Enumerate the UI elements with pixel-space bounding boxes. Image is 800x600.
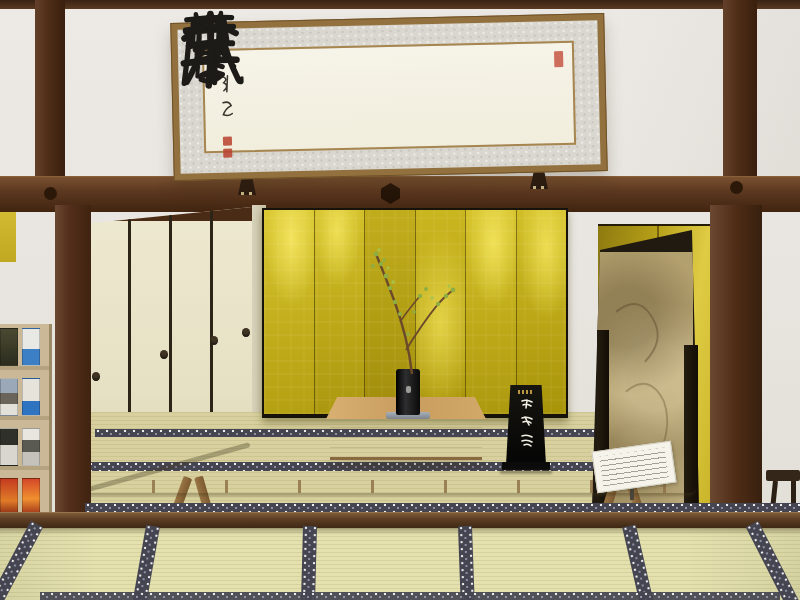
info-card-text-lines <box>599 448 669 487</box>
door-pull <box>92 372 100 381</box>
brochure <box>0 328 18 366</box>
brochure <box>22 428 40 466</box>
plaque-panel <box>202 41 576 153</box>
tatami-border-bottom <box>40 592 780 600</box>
brochure <box>22 478 40 516</box>
sign-gold-text <box>518 390 534 394</box>
ceiling-beam <box>0 0 800 9</box>
calligraphy-plaque <box>170 13 607 181</box>
red-seal-top-right <box>554 51 563 67</box>
rack-shelf <box>0 424 49 470</box>
nail-cover-left <box>44 187 57 200</box>
school-sign <box>506 385 546 465</box>
table-shadow <box>322 461 490 470</box>
vase-highlight <box>406 386 411 393</box>
right-pillar-upper <box>723 0 757 179</box>
sign-shadow <box>500 469 552 474</box>
door-pull <box>210 336 218 345</box>
red-seal <box>223 149 232 158</box>
altar-table-front <box>330 418 482 460</box>
brochure <box>22 378 40 416</box>
tatami-border <box>301 526 317 600</box>
sign-white-calligraphy <box>519 398 535 450</box>
step-shadow <box>0 528 800 535</box>
ikebana-branch <box>350 238 470 378</box>
brochure <box>0 428 18 466</box>
brochure <box>0 378 18 416</box>
foreground-tatami <box>0 528 800 600</box>
tatami-border <box>458 526 475 600</box>
info-card-stand <box>630 488 634 500</box>
horizontal-beam <box>0 176 800 212</box>
small-bench <box>766 470 800 481</box>
rack-shelf <box>0 324 49 370</box>
nail-cover-right <box>730 181 743 194</box>
rack-shelf <box>0 374 49 420</box>
red-seal <box>223 137 232 146</box>
door-pull <box>160 350 168 359</box>
wooden-step-edge <box>0 512 800 528</box>
brochure <box>0 478 18 516</box>
door-pull <box>242 328 250 337</box>
wall-shading <box>600 0 800 200</box>
left-pillar-lower <box>55 205 91 527</box>
left-pillar-upper <box>35 0 65 179</box>
temple-room-photo <box>0 0 800 600</box>
right-pillar-lower <box>710 205 762 529</box>
brochure <box>22 328 40 366</box>
pamphlet-rack <box>0 324 52 526</box>
